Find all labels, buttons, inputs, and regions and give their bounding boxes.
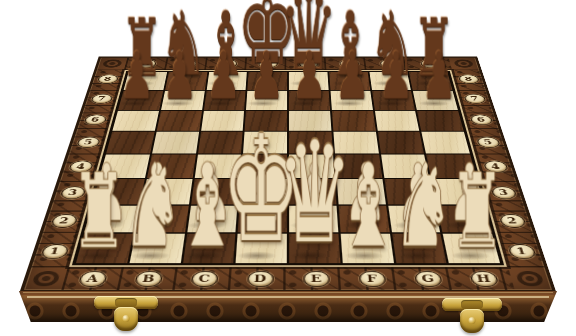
file-label-bottom-e: E — [303, 271, 330, 287]
file-label-bottom-a: A — [77, 271, 107, 287]
square-b8[interactable] — [165, 72, 207, 90]
file-label-top-e: E — [299, 59, 318, 67]
hinge-clasp-icon — [460, 309, 484, 333]
piece-light-knight-b1[interactable]: ♞ — [122, 149, 184, 263]
piece-slot-g1: ♞ — [392, 233, 450, 264]
piece-slot-f1: ♝ — [340, 233, 396, 264]
hinge-right — [442, 298, 502, 336]
file-label-top-h: H — [420, 59, 441, 67]
file-label-top-f: F — [339, 59, 359, 67]
file-label-top-c: C — [217, 59, 237, 67]
square-a8[interactable] — [124, 72, 167, 90]
file-label-top-a: A — [135, 59, 156, 67]
border-top-files: ABCDEFGH — [124, 58, 452, 70]
file-label-bottom-d: D — [247, 271, 274, 287]
rank-label-left-6: 6 — [83, 115, 107, 125]
piece-light-knight-g1[interactable]: ♞ — [392, 149, 454, 263]
rank-label-right-1: 1 — [507, 244, 537, 259]
rank-label-left-8: 8 — [96, 74, 118, 83]
square-h6[interactable] — [417, 110, 463, 130]
file-label-top-b: B — [176, 59, 196, 67]
file-label-bottom-c: C — [190, 271, 218, 287]
piece-slot-e1: ♛ — [288, 233, 342, 264]
square-f7[interactable] — [330, 91, 372, 110]
square-b7[interactable] — [161, 91, 204, 110]
file-label-top-g: G — [379, 59, 399, 67]
file-label-bottom-b: B — [134, 271, 163, 287]
frame-corner-ornament — [97, 58, 127, 70]
frame-corner-ornament — [449, 58, 479, 70]
square-h8[interactable] — [409, 72, 452, 90]
file-label-bottom-h: H — [469, 271, 499, 287]
hinge-left — [94, 296, 158, 336]
frame-corner-ornament — [24, 267, 68, 290]
square-g8[interactable] — [369, 72, 411, 90]
square-g6[interactable] — [374, 110, 419, 130]
file-label-top-d: D — [258, 59, 277, 67]
rank-label-left-1: 1 — [40, 244, 70, 259]
square-c8[interactable] — [206, 72, 247, 90]
hinge-clasp-icon — [114, 307, 138, 331]
rank-label-right-6: 6 — [469, 115, 493, 125]
chess-set-photo: ABCDEFGH ABCDEFGH 87654321 87654321 ♜♞♝♚… — [0, 0, 576, 336]
piece-light-rook-h1[interactable]: ♜ — [449, 160, 504, 263]
chess-board-3d: ABCDEFGH ABCDEFGH 87654321 87654321 ♜♞♝♚… — [20, 57, 557, 293]
square-b6[interactable] — [157, 110, 202, 130]
frame-corner-ornament — [508, 267, 552, 290]
rank-label-left-7: 7 — [90, 94, 113, 104]
piece-slot-b1: ♞ — [126, 233, 184, 264]
piece-light-bishop-f1[interactable]: ♝ — [338, 149, 400, 263]
file-label-bottom-g: G — [413, 271, 442, 287]
hinge-stud-icon — [469, 317, 476, 324]
piece-light-rook-a1[interactable]: ♜ — [71, 160, 126, 263]
square-g7[interactable] — [372, 91, 415, 110]
edge-pinstripe — [23, 292, 553, 293]
border-bottom-files: ABCDEFGH — [61, 267, 514, 290]
square-f8[interactable] — [329, 72, 370, 90]
rank-label-right-7: 7 — [463, 94, 486, 104]
rank-label-right-8: 8 — [457, 74, 479, 83]
piece-slot-h1: ♜ — [444, 233, 505, 264]
square-d8[interactable] — [248, 72, 288, 90]
file-label-bottom-f: F — [358, 271, 386, 287]
square-a6[interactable] — [112, 110, 158, 130]
square-e8[interactable] — [289, 72, 329, 90]
square-a7[interactable] — [118, 91, 163, 110]
square-h7[interactable] — [413, 91, 458, 110]
hinge-stud-icon — [123, 315, 130, 322]
